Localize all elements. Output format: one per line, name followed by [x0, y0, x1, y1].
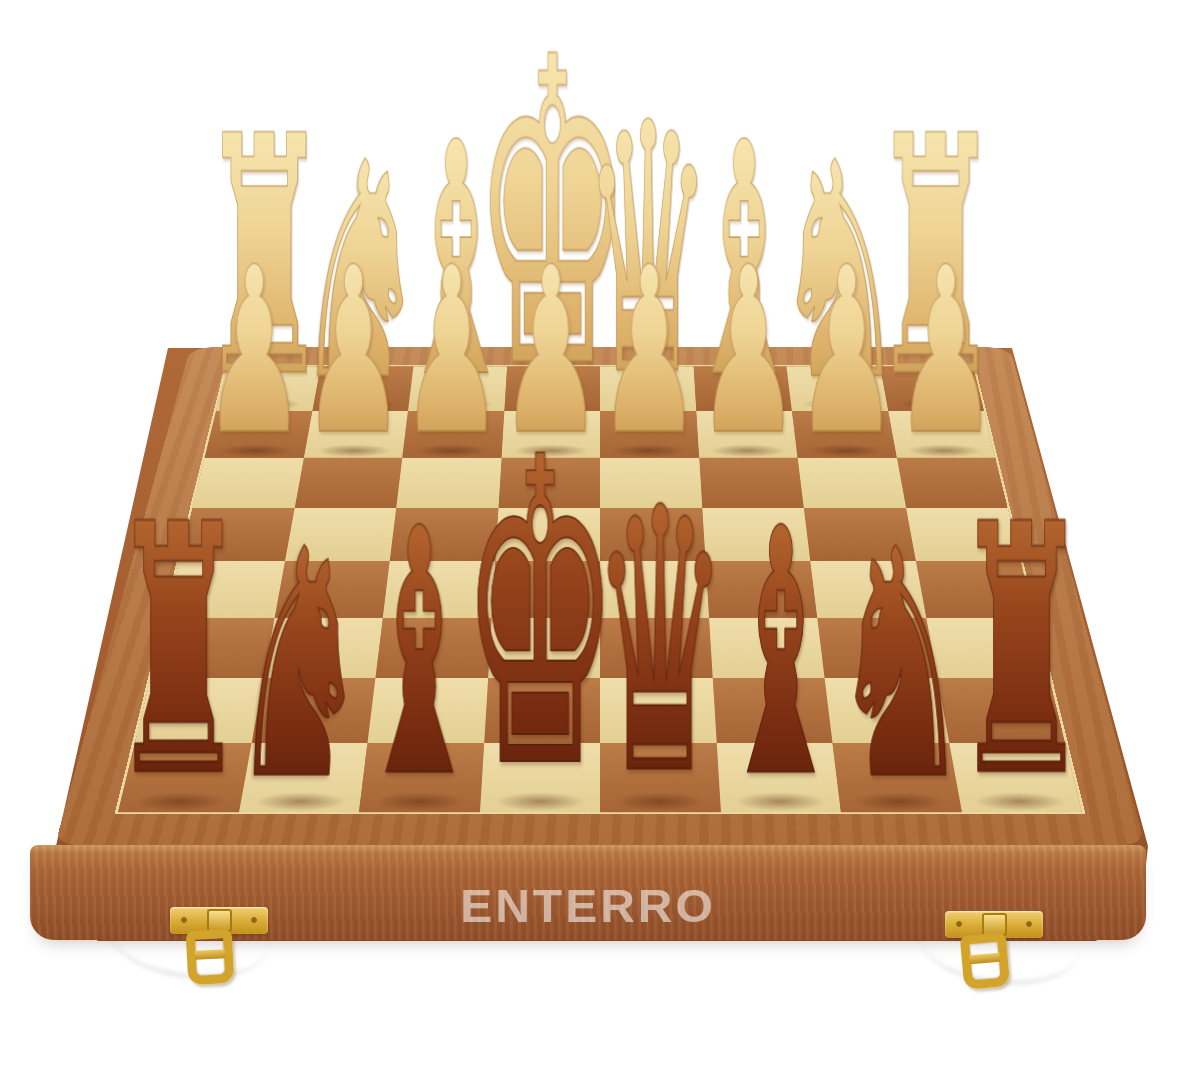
right-brass-clasp: [945, 911, 1043, 991]
playing-area: ♜♞♝♚♛♝♞♜♟♟♟♟♟♟♟♟♜♞♝♚♛♝♞♜: [115, 365, 1086, 814]
square-f1[interactable]: ♝: [716, 743, 841, 812]
square-e1[interactable]: ♛: [600, 743, 720, 812]
chess-board: ♜♞♝♚♛♝♞♜♟♟♟♟♟♟♟♟♜♞♝♚♛♝♞♜: [55, 347, 1145, 845]
square-b7[interactable]: ♟: [303, 411, 408, 458]
board-grid: ♜♞♝♚♛♝♞♜♟♟♟♟♟♟♟♟♜♞♝♚♛♝♞♜: [118, 366, 1082, 812]
dark-queen-e1[interactable]: ♛: [592, 475, 729, 809]
dark-rook-h1[interactable]: ♜: [952, 493, 1091, 809]
light-pawn-a7[interactable]: ♟: [203, 245, 306, 456]
square-c1[interactable]: ♝: [359, 743, 484, 812]
dark-bishop-c1[interactable]: ♝: [356, 498, 484, 810]
dark-knight-g1[interactable]: ♞: [830, 521, 971, 810]
square-d1[interactable]: ♚: [480, 743, 600, 812]
dark-bishop-f1[interactable]: ♝: [717, 498, 845, 810]
square-b1[interactable]: ♞: [239, 743, 368, 812]
square-g7[interactable]: ♟: [792, 411, 897, 458]
clasp-hook: [186, 929, 235, 985]
light-pawn-g7[interactable]: ♟: [795, 245, 898, 456]
box-front-face: ENTERRO: [30, 845, 1146, 940]
left-brass-clasp: [170, 907, 268, 987]
dark-rook-a1[interactable]: ♜: [109, 493, 248, 809]
light-pawn-b7[interactable]: ♟: [302, 245, 405, 456]
light-pawn-h7[interactable]: ♟: [894, 245, 997, 456]
clasp-hook: [960, 932, 1011, 990]
square-g1[interactable]: ♞: [832, 743, 961, 812]
light-pawn-f7[interactable]: ♟: [697, 245, 800, 456]
dark-knight-b1[interactable]: ♞: [229, 521, 370, 810]
